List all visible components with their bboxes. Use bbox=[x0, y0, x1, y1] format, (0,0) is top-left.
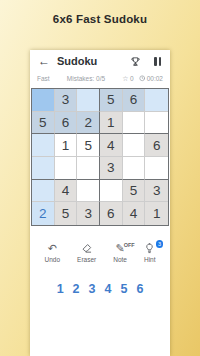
cell-r3c1[interactable] bbox=[32, 134, 55, 157]
cell-r2c2[interactable]: 6 bbox=[55, 112, 78, 135]
store-screenshot: 6x6 Fast Sudoku ← Sudoku Fast Mistakes: bbox=[0, 0, 200, 356]
score-value: 0 bbox=[130, 75, 134, 82]
star-icon: ☆ bbox=[122, 75, 128, 82]
trophy-icon[interactable] bbox=[130, 56, 141, 67]
cell-r5c6[interactable]: 3 bbox=[145, 180, 168, 203]
app-bar: ← Sudoku bbox=[30, 50, 170, 72]
cell-r5c5[interactable]: 5 bbox=[123, 180, 146, 203]
bulb-icon: 3 bbox=[144, 242, 155, 254]
undo-label: Undo bbox=[45, 256, 61, 263]
cell-r2c1[interactable]: 5 bbox=[32, 112, 55, 135]
cell-r6c5[interactable]: 4 bbox=[123, 202, 146, 225]
note-label: Note bbox=[113, 256, 127, 263]
eraser-label: Eraser bbox=[77, 256, 96, 263]
cell-r4c4[interactable]: 3 bbox=[100, 157, 123, 180]
pause-bar bbox=[154, 57, 157, 66]
cell-r1c2[interactable]: 3 bbox=[55, 89, 78, 112]
cell-r5c2[interactable]: 4 bbox=[55, 180, 78, 203]
toolbar: ↶ Undo Eraser ✎ OFF Note bbox=[30, 242, 170, 263]
numpad-5[interactable]: 5 bbox=[120, 283, 127, 296]
cell-r4c2[interactable] bbox=[55, 157, 78, 180]
pencil-icon: ✎ OFF bbox=[115, 242, 124, 254]
time-group: 00:02 bbox=[139, 75, 163, 82]
numpad-4[interactable]: 4 bbox=[105, 283, 112, 296]
time-value: 00:02 bbox=[147, 75, 163, 82]
status-right: ☆ 0 00:02 bbox=[122, 75, 163, 82]
numpad-3[interactable]: 3 bbox=[89, 283, 96, 296]
cell-r6c1[interactable]: 2 bbox=[32, 202, 55, 225]
numpad-2[interactable]: 2 bbox=[73, 283, 80, 296]
cell-r5c1[interactable] bbox=[32, 180, 55, 203]
hint-count-badge: 3 bbox=[156, 240, 164, 248]
cell-r6c3[interactable]: 3 bbox=[77, 202, 100, 225]
cell-r2c4[interactable]: 1 bbox=[100, 112, 123, 135]
cell-r5c4[interactable] bbox=[100, 180, 123, 203]
app-screen: ← Sudoku Fast Mistakes: 0/5 ☆ bbox=[30, 50, 170, 356]
cell-r3c6[interactable]: 6 bbox=[145, 134, 168, 157]
note-button[interactable]: ✎ OFF Note bbox=[113, 242, 127, 263]
cell-r6c2[interactable]: 5 bbox=[55, 202, 78, 225]
mistakes-label: Mistakes: 0/5 bbox=[50, 75, 123, 82]
cell-r6c4[interactable]: 6 bbox=[100, 202, 123, 225]
pause-bar bbox=[159, 57, 162, 66]
cell-r1c6[interactable] bbox=[145, 89, 168, 112]
page-title: Sudoku bbox=[57, 55, 97, 67]
cell-r4c6[interactable] bbox=[145, 157, 168, 180]
cell-r3c3[interactable]: 5 bbox=[77, 134, 100, 157]
number-pad: 1 2 3 4 5 6 bbox=[30, 283, 170, 296]
cell-r1c4[interactable]: 5 bbox=[100, 89, 123, 112]
cell-r2c3[interactable]: 2 bbox=[77, 112, 100, 135]
cell-r2c6[interactable] bbox=[145, 112, 168, 135]
cell-r4c3[interactable] bbox=[77, 157, 100, 180]
hint-button[interactable]: 3 Hint bbox=[144, 242, 156, 263]
cell-r1c3[interactable] bbox=[77, 89, 100, 112]
cell-r1c5[interactable]: 6 bbox=[123, 89, 146, 112]
cell-r6c6[interactable]: 1 bbox=[145, 202, 168, 225]
clock-icon bbox=[139, 75, 146, 82]
status-bar: Fast Mistakes: 0/5 ☆ 0 00:02 bbox=[30, 72, 170, 85]
difficulty-label: Fast bbox=[37, 75, 50, 82]
cell-r3c2[interactable]: 1 bbox=[55, 134, 78, 157]
numpad-1[interactable]: 1 bbox=[57, 283, 64, 296]
hint-label: Hint bbox=[144, 256, 156, 263]
cell-r5c3[interactable] bbox=[77, 180, 100, 203]
numpad-6[interactable]: 6 bbox=[136, 283, 143, 296]
cell-r1c1[interactable] bbox=[32, 89, 55, 112]
score-group: ☆ 0 bbox=[122, 75, 133, 82]
cell-r3c4[interactable]: 4 bbox=[100, 134, 123, 157]
back-arrow-icon[interactable]: ← bbox=[38, 55, 50, 67]
note-off-chip: OFF bbox=[124, 242, 135, 248]
cell-r2c5[interactable] bbox=[123, 112, 146, 135]
cell-r4c1[interactable] bbox=[32, 157, 55, 180]
pause-icon[interactable] bbox=[154, 57, 161, 66]
undo-icon: ↶ bbox=[48, 242, 57, 254]
cell-r3c5[interactable] bbox=[123, 134, 146, 157]
cell-r4c5[interactable] bbox=[123, 157, 146, 180]
screenshot-caption: 6x6 Fast Sudoku bbox=[0, 13, 200, 25]
undo-button[interactable]: ↶ Undo bbox=[45, 242, 61, 263]
board: 356562115463453253641 bbox=[31, 88, 169, 226]
eraser-icon bbox=[81, 242, 93, 254]
eraser-button[interactable]: Eraser bbox=[77, 242, 96, 263]
